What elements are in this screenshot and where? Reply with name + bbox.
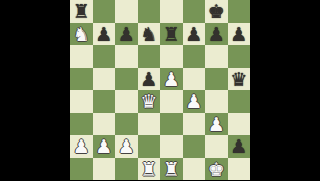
- square-f5[interactable]: [183, 68, 206, 91]
- square-d2[interactable]: [138, 135, 161, 158]
- square-h7[interactable]: ♟: [228, 23, 251, 46]
- square-c6[interactable]: [115, 45, 138, 68]
- square-c3[interactable]: [115, 113, 138, 136]
- square-g1[interactable]: ♚: [205, 158, 228, 181]
- square-e4[interactable]: [160, 90, 183, 113]
- square-e5[interactable]: ♟: [160, 68, 183, 91]
- square-g3[interactable]: ♟: [205, 113, 228, 136]
- piece-black-rook: ♜: [163, 23, 180, 46]
- square-b3[interactable]: [93, 113, 116, 136]
- square-g5[interactable]: [205, 68, 228, 91]
- square-a1[interactable]: [70, 158, 93, 181]
- square-b8[interactable]: [93, 0, 116, 23]
- square-h1[interactable]: [228, 158, 251, 181]
- square-f2[interactable]: [183, 135, 206, 158]
- piece-white-pawn: ♟: [95, 135, 112, 158]
- square-c5[interactable]: [115, 68, 138, 91]
- square-g6[interactable]: [205, 45, 228, 68]
- square-a8[interactable]: ♜: [70, 0, 93, 23]
- square-f6[interactable]: [183, 45, 206, 68]
- square-a5[interactable]: [70, 68, 93, 91]
- square-c4[interactable]: [115, 90, 138, 113]
- square-h8[interactable]: [228, 0, 251, 23]
- square-f3[interactable]: [183, 113, 206, 136]
- app-window: ♜♚♞♟♟♞♜♟♟♟♟♟♛♛♟♟♟♟♟♟♜♜♚: [0, 0, 320, 180]
- square-a2[interactable]: ♟: [70, 135, 93, 158]
- square-g4[interactable]: [205, 90, 228, 113]
- piece-black-queen: ♛: [230, 68, 247, 91]
- square-h3[interactable]: [228, 113, 251, 136]
- square-h4[interactable]: [228, 90, 251, 113]
- square-f4[interactable]: ♟: [183, 90, 206, 113]
- piece-white-queen: ♛: [140, 90, 157, 113]
- piece-black-pawn: ♟: [230, 23, 247, 46]
- letterbox-right: [250, 0, 320, 180]
- square-h6[interactable]: [228, 45, 251, 68]
- square-b7[interactable]: ♟: [93, 23, 116, 46]
- square-d3[interactable]: [138, 113, 161, 136]
- piece-black-rook: ♜: [73, 0, 90, 23]
- piece-white-pawn: ♟: [118, 135, 135, 158]
- square-a6[interactable]: [70, 45, 93, 68]
- piece-black-pawn: ♟: [140, 68, 157, 91]
- square-a4[interactable]: [70, 90, 93, 113]
- square-c7[interactable]: ♟: [115, 23, 138, 46]
- square-e7[interactable]: ♜: [160, 23, 183, 46]
- square-g8[interactable]: ♚: [205, 0, 228, 23]
- piece-black-king: ♚: [208, 0, 225, 23]
- square-d7[interactable]: ♞: [138, 23, 161, 46]
- square-e1[interactable]: ♜: [160, 158, 183, 181]
- square-a3[interactable]: [70, 113, 93, 136]
- piece-black-pawn: ♟: [118, 23, 135, 46]
- square-d6[interactable]: [138, 45, 161, 68]
- square-b1[interactable]: [93, 158, 116, 181]
- square-e2[interactable]: [160, 135, 183, 158]
- piece-black-pawn: ♟: [208, 23, 225, 46]
- piece-white-rook: ♜: [163, 158, 180, 181]
- piece-white-king: ♚: [208, 158, 225, 181]
- square-b6[interactable]: [93, 45, 116, 68]
- square-c1[interactable]: [115, 158, 138, 181]
- piece-black-pawn: ♟: [230, 135, 247, 158]
- piece-white-pawn: ♟: [163, 68, 180, 91]
- square-g7[interactable]: ♟: [205, 23, 228, 46]
- square-h2[interactable]: ♟: [228, 135, 251, 158]
- piece-white-rook: ♜: [140, 158, 157, 181]
- square-e6[interactable]: [160, 45, 183, 68]
- piece-black-knight: ♞: [140, 23, 157, 46]
- square-h5[interactable]: ♛: [228, 68, 251, 91]
- square-b5[interactable]: [93, 68, 116, 91]
- square-d8[interactable]: [138, 0, 161, 23]
- piece-white-pawn: ♟: [208, 113, 225, 136]
- chess-board: ♜♚♞♟♟♞♜♟♟♟♟♟♛♛♟♟♟♟♟♟♜♜♚: [70, 0, 250, 180]
- letterbox-left: [0, 0, 70, 180]
- square-f1[interactable]: [183, 158, 206, 181]
- square-f7[interactable]: ♟: [183, 23, 206, 46]
- piece-black-pawn: ♟: [95, 23, 112, 46]
- square-c2[interactable]: ♟: [115, 135, 138, 158]
- square-f8[interactable]: [183, 0, 206, 23]
- piece-white-pawn: ♟: [185, 90, 202, 113]
- piece-white-pawn: ♟: [73, 135, 90, 158]
- piece-black-pawn: ♟: [185, 23, 202, 46]
- square-e3[interactable]: [160, 113, 183, 136]
- square-a7[interactable]: ♞: [70, 23, 93, 46]
- square-d5[interactable]: ♟: [138, 68, 161, 91]
- square-b2[interactable]: ♟: [93, 135, 116, 158]
- square-d1[interactable]: ♜: [138, 158, 161, 181]
- square-e8[interactable]: [160, 0, 183, 23]
- square-c8[interactable]: [115, 0, 138, 23]
- square-b4[interactable]: [93, 90, 116, 113]
- square-g2[interactable]: [205, 135, 228, 158]
- piece-white-knight: ♞: [73, 23, 90, 46]
- square-d4[interactable]: ♛: [138, 90, 161, 113]
